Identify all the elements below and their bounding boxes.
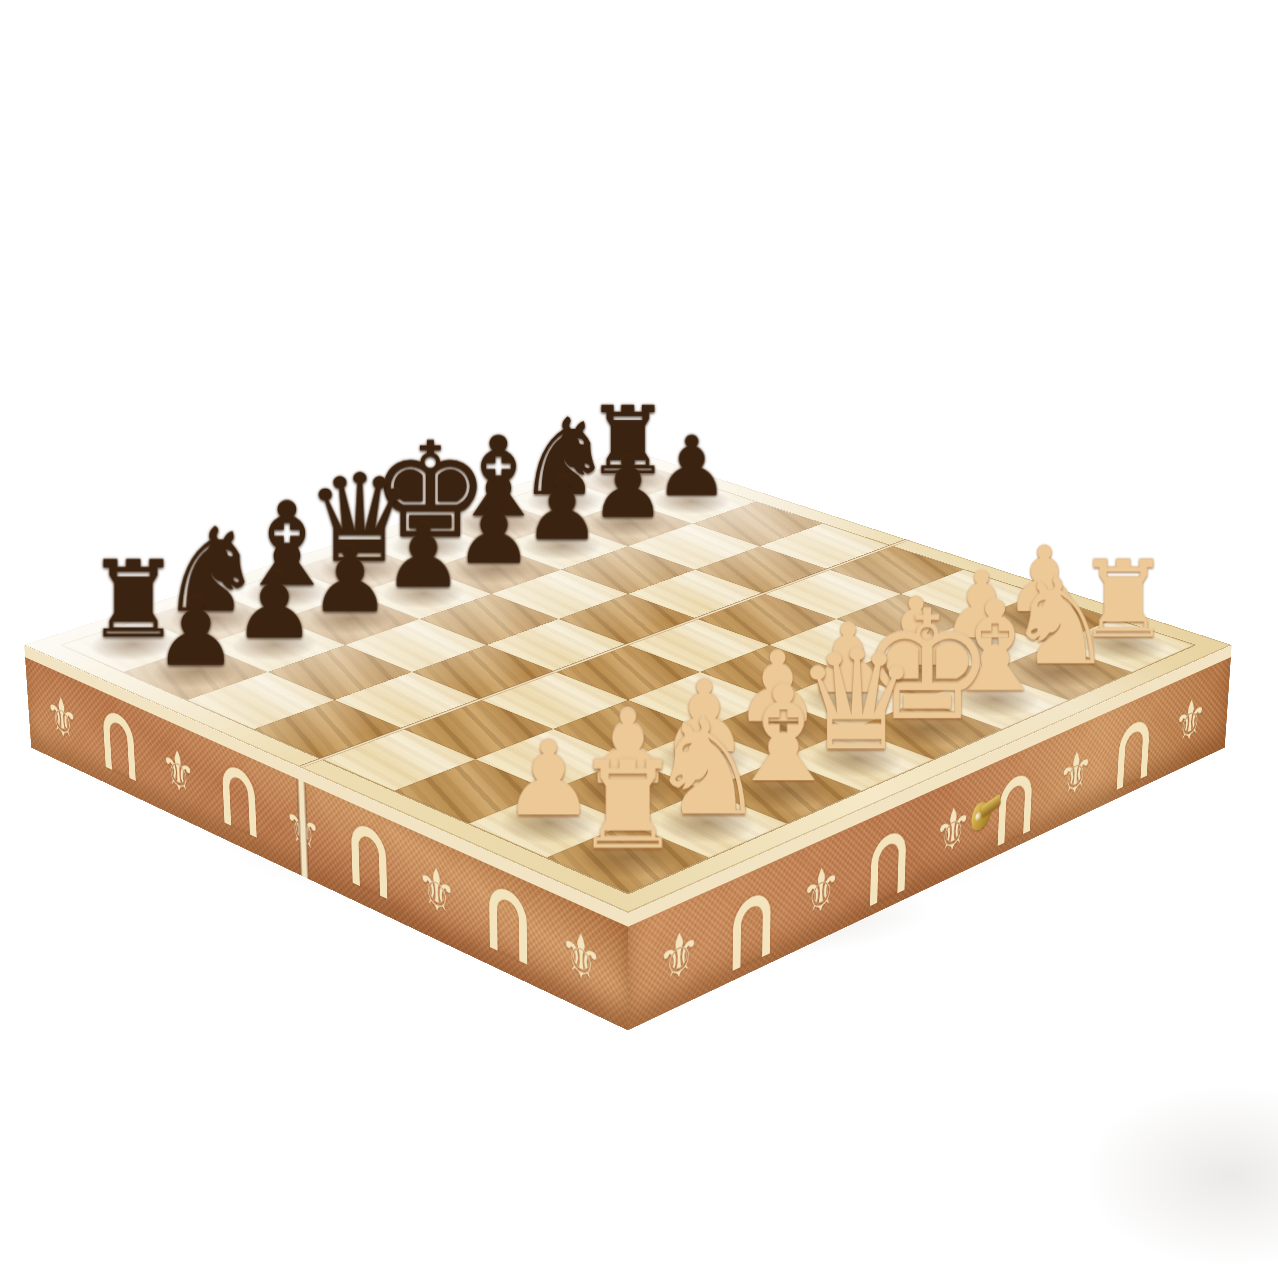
palmette-carving: ⚜ [934,793,972,866]
palmette-carving: ⚜ [1057,737,1094,808]
palmette-carving: ⚜ [801,852,841,928]
arch-carving [222,761,257,838]
piece-black-pawn[interactable]: ♟ [455,489,533,576]
piece-white-rook[interactable]: ♜ [574,746,683,867]
scene: ♜♞♝♛♚♝♞♜♟♟♟♟♟♟♟♟♟♟♟♟♟♟♟♟♜♞♝♛♚♝♞♜ ⚜⚜⚜⚜⚜ ⚜… [0,0,1278,1280]
palmette-carving: ⚜ [160,737,197,808]
piece-black-pawn[interactable]: ♟ [310,536,391,626]
piece-black-pawn[interactable]: ♟ [384,512,464,601]
palmette-carving: ⚜ [45,684,80,752]
palmette-carving: ⚜ [560,918,603,998]
palmette-carving: ⚜ [658,916,700,996]
chess-board: ♜♞♝♛♚♝♞♜♟♟♟♟♟♟♟♟♟♟♟♟♟♟♟♟♜♞♝♛♚♝♞♜ ⚜⚜⚜⚜⚜ ⚜… [24,449,1232,913]
piece-black-pawn[interactable]: ♟ [524,467,601,553]
arch-carving [1117,716,1151,790]
chess-set-photo: ♜♞♝♛♚♝♞♜♟♟♟♟♟♟♟♟♟♟♟♟♟♟♟♟♜♞♝♛♚♝♞♜ ⚜⚜⚜⚜⚜ ⚜… [0,0,1278,1280]
arch-carving [870,827,907,906]
palmette-carving: ⚜ [1173,686,1208,754]
piece-black-pawn[interactable]: ♟ [590,446,666,530]
square-c5[interactable] [412,645,556,700]
palmette-carving: ⚜ [417,853,457,929]
panel-fold-seam [297,778,310,879]
arch-carving [489,882,527,965]
clasp-hook [981,793,1001,817]
arch-carving [732,888,770,971]
arch-carving [102,707,136,781]
arch-carving [350,819,387,899]
piece-black-pawn[interactable]: ♟ [233,560,315,652]
board-top: ♜♞♝♛♚♝♞♜♟♟♟♟♟♟♟♟♟♟♟♟♟♟♟♟♜♞♝♛♚♝♞♜ [24,449,1232,913]
piece-black-pawn[interactable]: ♟ [154,586,238,680]
